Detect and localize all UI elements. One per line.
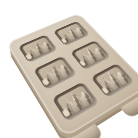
cavity-floor xyxy=(38,60,73,87)
mold-cavity xyxy=(34,57,77,91)
tree-trunk xyxy=(62,109,70,118)
mold-tray xyxy=(6,13,138,138)
mold-cavity xyxy=(90,63,135,99)
mold-cavity xyxy=(18,35,57,64)
cavity-floor xyxy=(94,67,130,95)
tree-relief xyxy=(56,86,94,118)
tree-relief xyxy=(94,67,130,95)
product-photo xyxy=(0,0,138,138)
photo-scene xyxy=(0,0,138,138)
cavity-floor xyxy=(56,86,94,118)
cavity-grid xyxy=(6,13,138,138)
tree-trunk xyxy=(42,79,50,86)
mold-cavity xyxy=(53,21,91,47)
mold-cavity xyxy=(52,82,99,122)
tray-top-face xyxy=(6,13,138,138)
tree-trunk xyxy=(101,87,109,95)
tree-relief xyxy=(38,60,73,87)
mold-cavity xyxy=(70,41,111,71)
